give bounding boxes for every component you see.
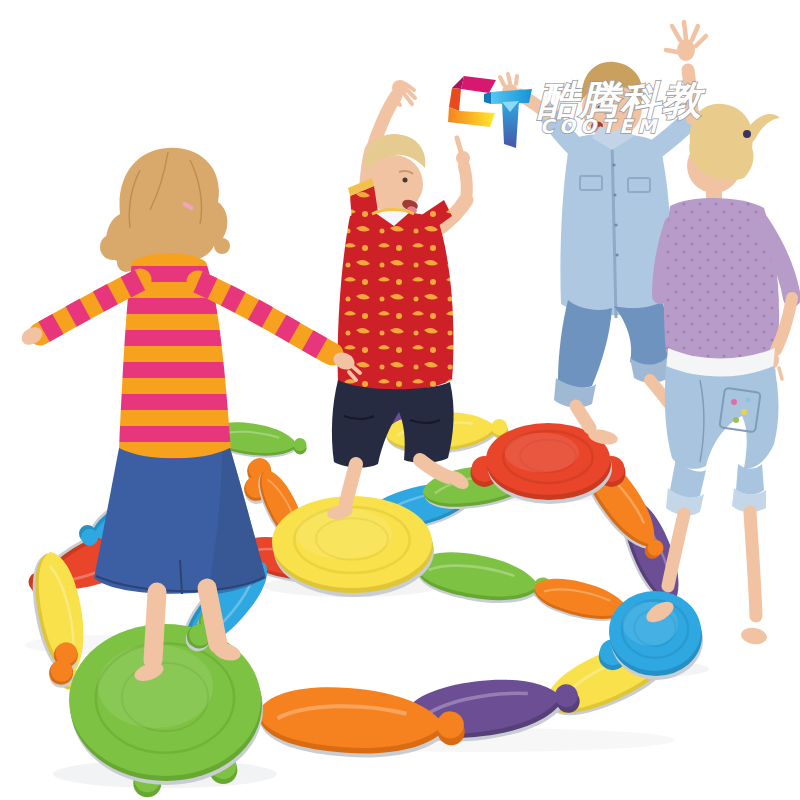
boy2-shirt: [338, 211, 454, 391]
girl4-hair-tie: [743, 130, 751, 138]
boy3-jeans-right: [558, 300, 612, 388]
girl4-shin-right: [668, 514, 684, 586]
girl4-ponytail: [746, 114, 780, 144]
boy2-left-hand: [392, 80, 415, 105]
child-boy-red-floral: [326, 80, 472, 522]
girl1-left-arm: [19, 280, 140, 348]
boy2-shin-right: [420, 460, 448, 477]
girl1-leg-left: [153, 592, 157, 660]
girl4-jean-leg-left: [736, 464, 764, 495]
boy3-open-hand: [666, 22, 706, 61]
girl4-foot-left: [740, 626, 768, 645]
product-photo: 酷腾科教 COOTEM: [0, 0, 800, 800]
boy2-right-forearm: [464, 166, 467, 200]
boy3-shin-right: [576, 406, 590, 428]
boy2-shin-left: [346, 464, 356, 502]
boy3-jeans-left: [614, 302, 670, 366]
brand-name-english: COOTEM: [540, 115, 661, 137]
brand-mark-ct: [448, 76, 532, 148]
girl4-shin-left: [750, 512, 756, 616]
platform-yellow: [272, 496, 434, 597]
girl1-leg-right: [207, 588, 218, 644]
boy2-pointing-hand: [456, 138, 470, 165]
